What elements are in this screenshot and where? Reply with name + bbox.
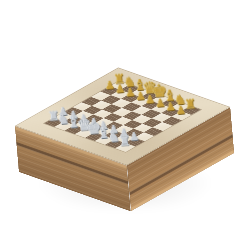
piece-black-pawn[interactable]: ♟	[175, 104, 186, 116]
piece-black-pawn[interactable]: ♟	[104, 79, 115, 91]
piece-black-pawn[interactable]: ♟	[124, 86, 135, 98]
piece-black-pawn[interactable]: ♟	[135, 90, 146, 102]
piece-black-pawn[interactable]: ♟	[145, 93, 156, 105]
chess-box: ♜♞♝♛♚♝♞♜♟♟♟♟♟♟♟♟♟♟♟♟♟♟♟♟♜♞♝♛♚♝♞♜	[14, 67, 230, 165]
piece-black-pawn[interactable]: ♟	[114, 82, 125, 94]
piece-black-pawn[interactable]: ♟	[165, 100, 176, 112]
square-g6[interactable]	[152, 113, 172, 122]
piece-black-pawn[interactable]: ♟	[155, 97, 166, 109]
piece-white-rook[interactable]: ♜	[118, 134, 131, 148]
